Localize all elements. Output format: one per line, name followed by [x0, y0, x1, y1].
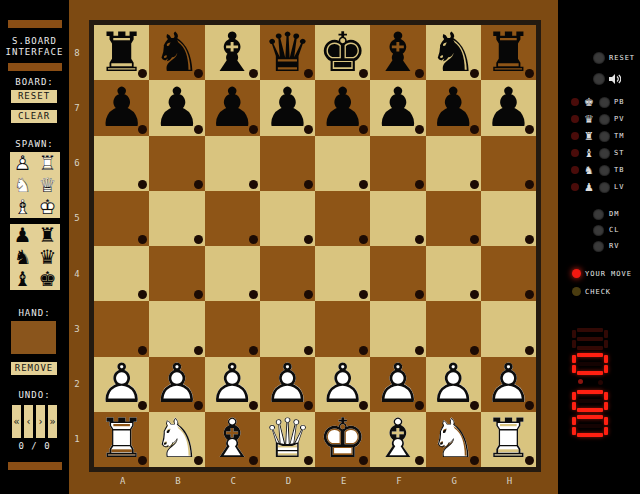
spawn-white-queen[interactable]: ♛♕ [35, 174, 60, 196]
cl-label: CL [609, 226, 619, 234]
st-led [571, 149, 579, 157]
square-g6[interactable] [426, 136, 481, 191]
square-sensor-dot [138, 456, 147, 465]
piece-black-queen[interactable]: ♛ [39, 247, 57, 267]
square-a2[interactable]: ♟♙ [94, 357, 149, 412]
square-a3[interactable] [94, 301, 149, 356]
hand-section-label: HAND: [0, 308, 69, 318]
square-e3[interactable] [315, 301, 370, 356]
square-d2[interactable]: ♟♙ [260, 357, 315, 412]
reset-round-button[interactable] [593, 52, 605, 64]
square-h5[interactable] [481, 191, 536, 246]
display-colon-dot-right [598, 380, 603, 385]
knight-icon: ♞ [583, 165, 595, 176]
mode-row-rv: RV [593, 240, 619, 252]
queen-icon: ♛ [583, 114, 595, 125]
piece-black-knight[interactable]: ♞ [14, 247, 32, 267]
square-sensor-dot [415, 346, 424, 355]
square-d1[interactable]: ♛♕ [260, 412, 315, 467]
square-sensor-dot [194, 290, 203, 299]
square-f1[interactable]: ♝♗ [370, 412, 425, 467]
display-colon-dot-left [578, 379, 583, 384]
piece-white-pawn[interactable]: ♟♙ [14, 153, 32, 173]
check-led [572, 287, 581, 296]
square-sensor-dot [470, 125, 479, 134]
square-d6[interactable] [260, 136, 315, 191]
pv-led [571, 115, 579, 123]
your-move-label: YOUR MOVE [585, 270, 632, 278]
piece-toggle-list: ♚PB♛PV♜TM♝ST♞TB♟LV [571, 96, 624, 193]
square-sensor-dot [304, 69, 313, 78]
square-b4[interactable] [149, 246, 204, 301]
square-c1[interactable]: ♝♗ [205, 412, 260, 467]
spawn-black-queen[interactable]: ♛ [35, 246, 60, 268]
square-sensor-dot [470, 346, 479, 355]
square-e1[interactable]: ♚♔ [315, 412, 370, 467]
square-sensor-dot [415, 125, 424, 134]
dm-label: DM [609, 210, 619, 218]
square-sensor-dot [359, 346, 368, 355]
square-f5[interactable] [370, 191, 425, 246]
square-g4[interactable] [426, 246, 481, 301]
seven-segment-display [572, 328, 608, 440]
square-sensor-dot [470, 180, 479, 189]
toggle-row-tb: ♞TB [571, 164, 624, 176]
check-row: CHECK [572, 287, 611, 296]
square-sensor-dot [525, 290, 534, 299]
piece-white-rook[interactable]: ♜♖ [39, 153, 57, 173]
piece-black-rook[interactable]: ♜ [39, 225, 57, 245]
tb-button[interactable] [599, 165, 610, 176]
chess-board: 87654321 ♜♞♝♛♚♝♞♜♟♟♟♟♟♟♟♟♟♙♟♙♟♙♟♙♟♙♟♙♟♙♟… [69, 0, 558, 494]
square-sensor-dot [249, 346, 258, 355]
file-label-e: E [316, 472, 371, 490]
reset-round-label: RESET [609, 54, 635, 62]
tb-label: TB [614, 166, 624, 174]
square-sensor-dot [138, 401, 147, 410]
piece-white-knight[interactable]: ♞♘ [14, 175, 32, 195]
square-sensor-dot [138, 180, 147, 189]
square-sensor-dot [304, 346, 313, 355]
square-sensor-dot [470, 290, 479, 299]
pv-button[interactable] [599, 114, 610, 125]
lv-button[interactable] [599, 182, 610, 193]
square-sensor-dot [470, 69, 479, 78]
square-f7[interactable]: ♟ [370, 80, 425, 135]
square-e2[interactable]: ♟♙ [315, 357, 370, 412]
square-sensor-dot [194, 235, 203, 244]
square-c4[interactable] [205, 246, 260, 301]
square-sensor-dot [525, 456, 534, 465]
toggle-row-pv: ♛PV [571, 113, 624, 125]
square-g7[interactable]: ♟ [426, 80, 481, 135]
square-sensor-dot [359, 125, 368, 134]
file-label-g: G [427, 472, 482, 490]
square-b1[interactable]: ♞♘ [149, 412, 204, 467]
square-sensor-dot [359, 401, 368, 410]
square-a7[interactable]: ♟ [94, 80, 149, 135]
square-e7[interactable]: ♟ [315, 80, 370, 135]
square-b2[interactable]: ♟♙ [149, 357, 204, 412]
square-d5[interactable] [260, 191, 315, 246]
your-move-row: YOUR MOVE [572, 269, 632, 278]
undo-section-label: UNDO: [0, 390, 69, 400]
square-sensor-dot [359, 235, 368, 244]
square-a1[interactable]: ♜♖ [94, 412, 149, 467]
your-move-led [572, 269, 581, 278]
square-sensor-dot [194, 180, 203, 189]
square-d3[interactable] [260, 301, 315, 356]
app-title-line1: S.BOARD [0, 36, 69, 46]
square-g3[interactable] [426, 301, 481, 356]
square-sensor-dot [415, 290, 424, 299]
rank-label-5: 5 [69, 191, 85, 246]
square-e6[interactable] [315, 136, 370, 191]
square-sensor-dot [249, 456, 258, 465]
sensor-board-interface: S.BOARD INTERFACE BOARD: RESET CLEAR SPA… [0, 0, 640, 494]
toggle-row-pb: ♚PB [571, 96, 624, 108]
mode-button-list: DMCLRV [593, 208, 619, 252]
rook-icon: ♜ [583, 131, 595, 142]
dm-button[interactable] [593, 209, 604, 220]
rank-labels: 87654321 [69, 25, 85, 467]
divider-bar-2 [8, 63, 62, 71]
display-digit-4 [572, 415, 608, 437]
piece-black-pawn[interactable]: ♟ [14, 225, 32, 245]
divider-bar-top [8, 20, 62, 28]
square-sensor-dot [359, 69, 368, 78]
square-sensor-dot [359, 290, 368, 299]
spawn-white-pawn[interactable]: ♟♙ [10, 152, 35, 174]
pv-label: PV [614, 115, 624, 123]
square-c3[interactable] [205, 301, 260, 356]
square-sensor-dot [525, 401, 534, 410]
spawn-white-king[interactable]: ♚♔ [35, 196, 60, 218]
hand-slot[interactable] [11, 321, 56, 354]
file-label-a: A [95, 472, 150, 490]
square-d4[interactable] [260, 246, 315, 301]
bishop-icon: ♝ [583, 148, 595, 159]
reset-row: RESET [593, 52, 635, 64]
file-label-d: D [261, 472, 316, 490]
square-sensor-dot [304, 235, 313, 244]
spawn-black-pawn[interactable]: ♟ [10, 224, 35, 246]
mode-row-dm: DM [593, 208, 619, 220]
square-sensor-dot [359, 456, 368, 465]
file-label-h: H [482, 472, 537, 490]
square-d7[interactable]: ♟ [260, 80, 315, 135]
pawn-icon: ♟ [583, 182, 595, 193]
square-a4[interactable] [94, 246, 149, 301]
piece-black-bishop[interactable]: ♝ [14, 269, 32, 289]
square-sensor-dot [194, 346, 203, 355]
reset-button[interactable]: RESET [11, 90, 57, 103]
square-sensor-dot [304, 125, 313, 134]
spawn-black-bishop[interactable]: ♝ [10, 268, 35, 290]
square-sensor-dot [304, 180, 313, 189]
piece-white-king[interactable]: ♚♔ [39, 197, 57, 217]
lv-label: LV [614, 183, 624, 191]
file-label-c: C [206, 472, 261, 490]
square-h1[interactable]: ♜♖ [481, 412, 536, 467]
tm-led [571, 132, 579, 140]
piece-white-queen[interactable]: ♛♕ [39, 175, 57, 195]
square-b3[interactable] [149, 301, 204, 356]
rv-button[interactable] [593, 241, 604, 252]
square-sensor-dot [194, 456, 203, 465]
spawn-palette-white: ♟♙♜♖♞♘♛♕♝♗♚♔ [10, 152, 60, 218]
square-e8[interactable]: ♚ [315, 25, 370, 80]
square-sensor-dot [470, 401, 479, 410]
toggle-row-lv: ♟LV [571, 181, 624, 193]
square-d8[interactable]: ♛ [260, 25, 315, 80]
st-button[interactable] [599, 148, 610, 159]
undo-button-first[interactable]: « [12, 405, 21, 438]
spawn-white-bishop[interactable]: ♝♗ [10, 196, 35, 218]
board-section-label: BOARD: [0, 77, 69, 87]
square-h2[interactable]: ♟♙ [481, 357, 536, 412]
divider-bar-bottom [8, 462, 62, 470]
rank-label-1: 1 [69, 412, 85, 467]
file-label-f: F [371, 472, 426, 490]
undo-controls: «‹›» [12, 405, 57, 438]
square-c7[interactable]: ♟ [205, 80, 260, 135]
square-g8[interactable]: ♞ [426, 25, 481, 80]
square-b6[interactable] [149, 136, 204, 191]
rank-label-6: 6 [69, 136, 85, 191]
rv-label: RV [609, 242, 619, 250]
spawn-section-label: SPAWN: [0, 139, 69, 149]
square-sensor-dot [525, 346, 534, 355]
spawn-white-rook[interactable]: ♜♖ [35, 152, 60, 174]
app-title-line2: INTERFACE [0, 47, 69, 57]
square-sensor-dot [138, 346, 147, 355]
remove-button[interactable]: REMOVE [11, 362, 57, 375]
spawn-black-king[interactable]: ♚ [35, 268, 60, 290]
square-f2[interactable]: ♟♙ [370, 357, 425, 412]
lv-led [571, 183, 579, 191]
toggle-row-st: ♝ST [571, 147, 624, 159]
file-label-b: B [150, 472, 205, 490]
mode-row-cl: CL [593, 224, 619, 236]
square-sensor-dot [470, 456, 479, 465]
square-e4[interactable] [315, 246, 370, 301]
square-c5[interactable] [205, 191, 260, 246]
square-b8[interactable]: ♞ [149, 25, 204, 80]
square-c2[interactable]: ♟♙ [205, 357, 260, 412]
square-h3[interactable] [481, 301, 536, 356]
square-b7[interactable]: ♟ [149, 80, 204, 135]
square-b5[interactable] [149, 191, 204, 246]
pb-button[interactable] [599, 97, 610, 108]
square-sensor-dot [138, 69, 147, 78]
pb-label: PB [614, 98, 624, 106]
square-sensor-dot [415, 69, 424, 78]
square-g5[interactable] [426, 191, 481, 246]
rank-label-2: 2 [69, 357, 85, 412]
undo-button-forward[interactable]: › [36, 405, 45, 438]
undo-button-last[interactable]: » [48, 405, 57, 438]
square-sensor-dot [525, 125, 534, 134]
display-digit-2 [572, 353, 608, 375]
square-f3[interactable] [370, 301, 425, 356]
piece-black-king[interactable]: ♚ [39, 269, 57, 289]
square-sensor-dot [249, 235, 258, 244]
spawn-palette-black: ♟♜♞♛♝♚ [10, 224, 60, 290]
st-label: ST [614, 149, 624, 157]
file-labels: ABCDEFGH [95, 472, 537, 490]
square-f4[interactable] [370, 246, 425, 301]
board-frame: ♜♞♝♛♚♝♞♜♟♟♟♟♟♟♟♟♟♙♟♙♟♙♟♙♟♙♟♙♟♙♟♙♜♖♞♘♝♗♛♕… [89, 20, 541, 472]
sound-row [593, 69, 621, 88]
square-c8[interactable]: ♝ [205, 25, 260, 80]
square-h6[interactable] [481, 136, 536, 191]
square-g2[interactable]: ♟♙ [426, 357, 481, 412]
square-sensor-dot [415, 456, 424, 465]
square-sensor-dot [304, 290, 313, 299]
square-sensor-dot [194, 401, 203, 410]
check-label: CHECK [585, 288, 611, 296]
square-sensor-dot [249, 69, 258, 78]
sound-round-button[interactable] [593, 73, 605, 85]
square-sensor-dot [304, 456, 313, 465]
square-a6[interactable] [94, 136, 149, 191]
square-sensor-dot [249, 401, 258, 410]
square-sensor-dot [359, 180, 368, 189]
pb-led [571, 98, 579, 106]
square-sensor-dot [249, 180, 258, 189]
square-f6[interactable] [370, 136, 425, 191]
tm-button[interactable] [599, 131, 610, 142]
square-sensor-dot [525, 69, 534, 78]
square-sensor-dot [138, 235, 147, 244]
square-sensor-dot [194, 125, 203, 134]
square-sensor-dot [415, 235, 424, 244]
square-h8[interactable]: ♜ [481, 25, 536, 80]
square-a5[interactable] [94, 191, 149, 246]
clear-button[interactable]: CLEAR [11, 110, 57, 123]
rank-label-4: 4 [69, 246, 85, 301]
square-sensor-dot [525, 235, 534, 244]
square-e5[interactable] [315, 191, 370, 246]
square-a8[interactable]: ♜ [94, 25, 149, 80]
square-sensor-dot [249, 290, 258, 299]
speaker-icon [609, 69, 621, 88]
toggle-row-tm: ♜TM [571, 130, 624, 142]
square-f8[interactable]: ♝ [370, 25, 425, 80]
square-sensor-dot [525, 180, 534, 189]
square-sensor-dot [249, 125, 258, 134]
square-c6[interactable] [205, 136, 260, 191]
board-grid: ♜♞♝♛♚♝♞♜♟♟♟♟♟♟♟♟♟♙♟♙♟♙♟♙♟♙♟♙♟♙♟♙♜♖♞♘♝♗♛♕… [94, 25, 536, 467]
square-h4[interactable] [481, 246, 536, 301]
king-icon: ♚ [583, 97, 595, 108]
piece-white-bishop[interactable]: ♝♗ [14, 197, 32, 217]
cl-button[interactable] [593, 225, 604, 236]
tm-label: TM [614, 132, 624, 140]
display-digit-1 [572, 328, 608, 350]
spawn-white-knight[interactable]: ♞♘ [10, 174, 35, 196]
square-g1[interactable]: ♞♘ [426, 412, 481, 467]
undo-button-back[interactable]: ‹ [24, 405, 33, 438]
square-sensor-dot [415, 401, 424, 410]
rank-label-7: 7 [69, 80, 85, 135]
display-digit-3 [572, 390, 608, 412]
spawn-black-knight[interactable]: ♞ [10, 246, 35, 268]
tb-led [571, 166, 579, 174]
square-h7[interactable]: ♟ [481, 80, 536, 135]
undo-counter: 0 / 0 [0, 441, 69, 451]
square-sensor-dot [470, 235, 479, 244]
square-sensor-dot [415, 180, 424, 189]
square-sensor-dot [194, 69, 203, 78]
rank-label-3: 3 [69, 301, 85, 356]
square-sensor-dot [138, 125, 147, 134]
spawn-black-rook[interactable]: ♜ [35, 224, 60, 246]
square-sensor-dot [138, 290, 147, 299]
square-sensor-dot [304, 401, 313, 410]
rank-label-8: 8 [69, 25, 85, 80]
